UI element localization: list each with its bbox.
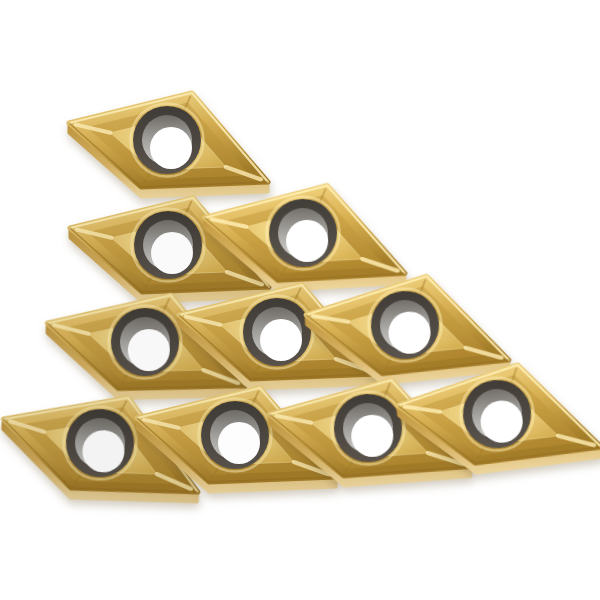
inserts-product-photo [0,0,600,600]
hole-through-opening [260,319,302,361]
hole-through-opening [150,127,192,169]
hole-through-opening [151,232,193,274]
hole-through-opening [218,422,260,464]
carbide-insert-r1c1 [69,93,268,197]
product-photo-canvas [0,0,600,600]
